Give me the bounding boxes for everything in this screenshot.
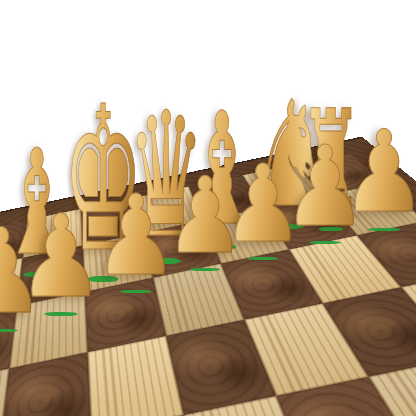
chess-set-product-photo: ♝♚♛♝♞♜♟♟♟♟♟♟♟	[0, 0, 416, 416]
chess-board	[0, 137, 416, 416]
board-walnut-frame	[0, 137, 416, 416]
board-grid-8x8	[0, 153, 416, 416]
